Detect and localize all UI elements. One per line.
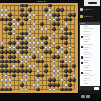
white-stone (40, 55, 44, 59)
black-stone (72, 13, 76, 17)
side-panel: Player 1 Player 2 Chat obs1good gametenu… (78, 0, 101, 100)
white-player-avatar-icon (80, 8, 83, 11)
black-stone (52, 27, 56, 31)
black-stone (28, 8, 32, 12)
white-stone (48, 46, 52, 50)
white-stone (32, 46, 36, 50)
black-stone (64, 27, 68, 31)
black-stone (44, 64, 48, 68)
black-stone (20, 83, 24, 87)
black-stone (20, 64, 24, 68)
white-stone (52, 64, 56, 68)
black-stone (0, 46, 4, 50)
white-stone (8, 78, 12, 82)
player-row-white[interactable]: Player 1 (80, 7, 100, 11)
black-stone (64, 36, 68, 40)
black-stone (32, 55, 36, 59)
black-stone (64, 41, 68, 45)
white-stone (68, 55, 72, 59)
black-stone (24, 50, 28, 54)
black-stone (60, 8, 64, 12)
black-stone (48, 50, 52, 54)
white-stone (4, 74, 8, 78)
white-stone (52, 60, 56, 64)
white-stone (52, 41, 56, 45)
white-stone (28, 32, 32, 36)
white-stone (72, 74, 76, 78)
white-stone (32, 36, 36, 40)
white-stone (52, 88, 56, 92)
black-stone (36, 88, 40, 92)
white-stone (32, 64, 36, 68)
chat-message-list[interactable]: obs1good gametenukibig yosehane9ko fight… (79, 25, 100, 86)
white-stone (32, 22, 36, 26)
white-stone (56, 69, 60, 73)
black-stone (72, 64, 76, 68)
white-stone (32, 13, 36, 17)
white-stone (36, 69, 40, 73)
black-stone (44, 69, 48, 73)
white-stone (68, 60, 72, 64)
white-stone (8, 83, 12, 87)
black-stone (64, 74, 68, 78)
black-stone (28, 69, 32, 73)
black-player-avatar-icon (80, 15, 83, 18)
black-stone (12, 55, 16, 59)
black-stone (56, 18, 60, 22)
white-stone (24, 88, 28, 92)
panel-toolbar (84, 0, 101, 6)
white-stone (12, 64, 16, 68)
bottom-bar-button-2[interactable] (86, 95, 90, 98)
black-stone (40, 22, 44, 26)
panel-toolbar-button[interactable] (88, 2, 97, 5)
white-stone (48, 36, 52, 40)
go-app-window: 19x19 Go Player 1 Player 2 Chat obs1good… (0, 0, 100, 100)
black-stone (64, 50, 68, 54)
black-stone (20, 8, 24, 12)
black-stone (44, 41, 48, 45)
go-board[interactable] (0, 3, 78, 94)
white-stone (24, 74, 28, 78)
white-player-name: Player 1 (84, 8, 99, 11)
black-stone (24, 4, 28, 8)
black-stone (64, 64, 68, 68)
bottom-bar (0, 94, 100, 101)
white-stone (12, 32, 16, 36)
white-stone (56, 74, 60, 78)
black-stone (56, 55, 60, 59)
black-stone (72, 78, 76, 82)
white-stone (60, 46, 64, 50)
black-stone (52, 78, 56, 82)
black-stone (12, 74, 16, 78)
white-stone (24, 78, 28, 82)
black-stone (40, 74, 44, 78)
white-stone (28, 18, 32, 22)
white-stone (64, 22, 68, 26)
white-stone (44, 27, 48, 31)
black-stone (56, 13, 60, 17)
white-stone (12, 27, 16, 31)
chat-input[interactable] (94, 87, 100, 90)
black-stone (20, 22, 24, 26)
player-row-black[interactable]: Player 2 (80, 14, 100, 18)
white-stone (4, 8, 8, 12)
white-stone (68, 46, 72, 50)
black-stone (68, 83, 72, 87)
black-stone (4, 64, 8, 68)
white-stone (36, 83, 40, 87)
white-stone (32, 27, 36, 31)
black-player-name: Player 2 (84, 15, 99, 18)
black-stone (68, 32, 72, 36)
black-stone (8, 88, 12, 92)
bottom-bar-button-1[interactable] (81, 95, 85, 98)
black-stone (16, 18, 20, 22)
black-stone (48, 4, 52, 8)
black-stone (68, 88, 72, 92)
white-stone (60, 78, 64, 82)
white-stone (24, 60, 28, 64)
black-stone (68, 18, 72, 22)
white-stone (52, 32, 56, 36)
white-stone (36, 50, 40, 54)
white-stone (48, 8, 52, 12)
black-stone (0, 55, 4, 59)
chat-input-row (79, 86, 100, 90)
white-stone (0, 41, 4, 45)
white-stone (36, 78, 40, 82)
black-stone (40, 60, 44, 64)
black-stone (68, 69, 72, 73)
black-stone (56, 22, 60, 26)
black-stone (8, 13, 12, 17)
black-stone (56, 83, 60, 87)
